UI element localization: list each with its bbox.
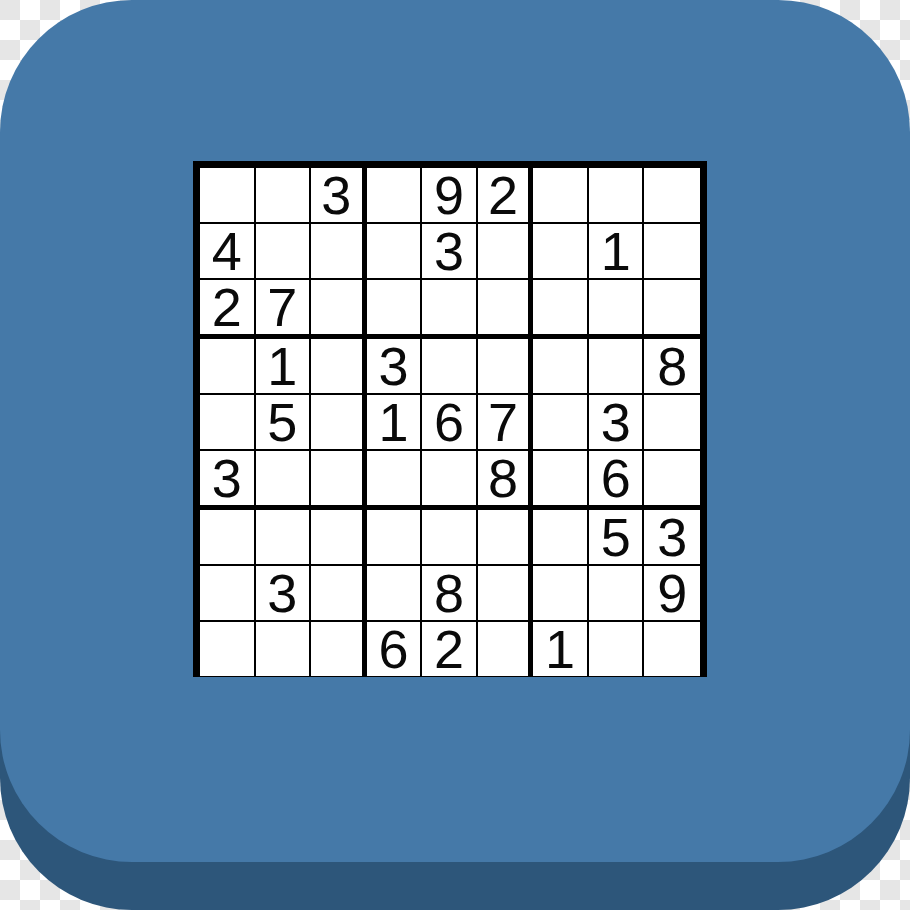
cell-r8c7[interactable] [533,566,589,622]
cell-r9c3[interactable] [311,622,367,676]
cell-r2c4[interactable] [367,224,423,280]
cell-r4c8[interactable] [589,339,645,395]
cell-r2c9[interactable] [644,224,700,280]
cell-r9c5[interactable]: 2 [422,622,478,676]
cell-r1c5[interactable]: 9 [422,168,478,224]
cell-r3c2[interactable]: 7 [256,280,312,339]
cell-r5c8[interactable]: 3 [589,395,645,451]
cell-r3c4[interactable] [367,280,423,339]
cell-r5c4[interactable]: 1 [367,395,423,451]
cell-r9c4[interactable]: 6 [367,622,423,676]
cell-r8c5[interactable]: 8 [422,566,478,622]
cell-r8c8[interactable] [589,566,645,622]
cell-r9c1[interactable] [200,622,256,676]
cell-r1c4[interactable] [367,168,423,224]
cell-r8c6[interactable] [478,566,534,622]
cell-r5c7[interactable] [533,395,589,451]
cell-r3c3[interactable] [311,280,367,339]
cell-r6c8[interactable]: 6 [589,451,645,510]
cell-r1c9[interactable] [644,168,700,224]
cell-r1c7[interactable] [533,168,589,224]
cell-r9c6[interactable] [478,622,534,676]
cell-r5c5[interactable]: 6 [422,395,478,451]
transparency-checkerboard: 392431271385167338653389621 [0,0,910,910]
cell-r5c2[interactable]: 5 [256,395,312,451]
cell-r3c5[interactable] [422,280,478,339]
cell-r7c2[interactable] [256,510,312,566]
cell-r1c1[interactable] [200,168,256,224]
cell-r1c3[interactable]: 3 [311,168,367,224]
cell-r5c9[interactable] [644,395,700,451]
cell-r6c9[interactable] [644,451,700,510]
cell-r7c4[interactable] [367,510,423,566]
cell-r5c1[interactable] [200,395,256,451]
sudoku-board: 392431271385167338653389621 [193,161,707,677]
cell-r9c9[interactable] [644,622,700,676]
cell-r7c8[interactable]: 5 [589,510,645,566]
cell-r8c2[interactable]: 3 [256,566,312,622]
cell-r8c3[interactable] [311,566,367,622]
cell-r4c9[interactable]: 8 [644,339,700,395]
cell-r5c3[interactable] [311,395,367,451]
cell-r7c5[interactable] [422,510,478,566]
cell-r4c4[interactable]: 3 [367,339,423,395]
cell-r6c4[interactable] [367,451,423,510]
cell-r1c8[interactable] [589,168,645,224]
cell-r2c5[interactable]: 3 [422,224,478,280]
cell-r3c8[interactable] [589,280,645,339]
cell-r9c8[interactable] [589,622,645,676]
cell-r7c6[interactable] [478,510,534,566]
cell-r6c2[interactable] [256,451,312,510]
cell-r8c4[interactable] [367,566,423,622]
cell-r7c7[interactable] [533,510,589,566]
cell-r4c2[interactable]: 1 [256,339,312,395]
cell-r6c5[interactable] [422,451,478,510]
cell-r7c3[interactable] [311,510,367,566]
cell-r5c6[interactable]: 7 [478,395,534,451]
cell-r9c2[interactable] [256,622,312,676]
cell-r2c1[interactable]: 4 [200,224,256,280]
cell-r4c6[interactable] [478,339,534,395]
cell-r1c2[interactable] [256,168,312,224]
cell-r2c6[interactable] [478,224,534,280]
cell-r8c9[interactable]: 9 [644,566,700,622]
cell-r2c8[interactable]: 1 [589,224,645,280]
cell-r8c1[interactable] [200,566,256,622]
cell-r3c6[interactable] [478,280,534,339]
cell-r6c7[interactable] [533,451,589,510]
cell-r6c3[interactable] [311,451,367,510]
cell-r3c9[interactable] [644,280,700,339]
cell-r7c1[interactable] [200,510,256,566]
cell-r6c6[interactable]: 8 [478,451,534,510]
cell-r1c6[interactable]: 2 [478,168,534,224]
cell-r2c2[interactable] [256,224,312,280]
cell-r9c7[interactable]: 1 [533,622,589,676]
cell-r4c5[interactable] [422,339,478,395]
cell-r7c9[interactable]: 3 [644,510,700,566]
cell-r4c7[interactable] [533,339,589,395]
cell-r2c3[interactable] [311,224,367,280]
cell-r2c7[interactable] [533,224,589,280]
cell-r3c7[interactable] [533,280,589,339]
cell-r4c1[interactable] [200,339,256,395]
cell-r4c3[interactable] [311,339,367,395]
cell-r6c1[interactable]: 3 [200,451,256,510]
cell-r3c1[interactable]: 2 [200,280,256,339]
